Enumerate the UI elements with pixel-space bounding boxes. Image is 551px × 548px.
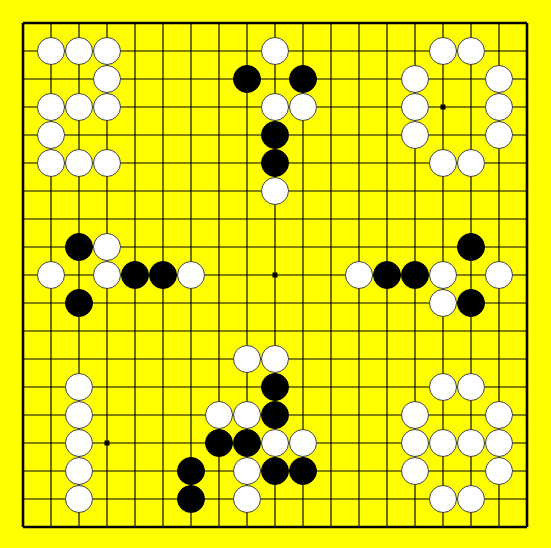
board-point[interactable] — [345, 205, 373, 233]
board-point[interactable] — [429, 149, 457, 177]
board-point[interactable] — [177, 373, 205, 401]
board-point[interactable] — [65, 401, 93, 429]
board-point[interactable] — [121, 93, 149, 121]
board-point[interactable] — [9, 177, 37, 205]
board-point[interactable] — [289, 121, 317, 149]
board-point[interactable] — [485, 93, 513, 121]
board-point[interactable] — [149, 345, 177, 373]
board-point[interactable] — [429, 9, 457, 37]
board-point[interactable] — [233, 9, 261, 37]
board-point[interactable] — [93, 65, 121, 93]
board-point[interactable] — [205, 261, 233, 289]
board-point[interactable] — [345, 345, 373, 373]
board-point[interactable] — [205, 233, 233, 261]
board-point[interactable] — [37, 317, 65, 345]
board-point[interactable] — [233, 401, 261, 429]
board-point[interactable] — [289, 345, 317, 373]
board-point[interactable] — [233, 261, 261, 289]
board-point[interactable] — [9, 457, 37, 485]
board-point[interactable] — [485, 177, 513, 205]
board-point[interactable] — [373, 373, 401, 401]
board-point[interactable] — [429, 429, 457, 457]
board-point[interactable] — [121, 149, 149, 177]
board-point[interactable] — [261, 149, 289, 177]
board-point[interactable] — [93, 317, 121, 345]
board-point[interactable] — [401, 65, 429, 93]
board-point[interactable] — [429, 65, 457, 93]
board-point[interactable] — [65, 37, 93, 65]
board-point[interactable] — [401, 317, 429, 345]
board-point[interactable] — [65, 373, 93, 401]
board-point[interactable] — [345, 373, 373, 401]
board-point[interactable] — [485, 317, 513, 345]
board-point[interactable] — [9, 37, 37, 65]
board-point[interactable] — [37, 345, 65, 373]
board-point[interactable] — [121, 373, 149, 401]
board-point[interactable] — [401, 289, 429, 317]
board-point[interactable] — [9, 93, 37, 121]
board-point[interactable] — [233, 121, 261, 149]
board-point[interactable] — [37, 373, 65, 401]
board-point[interactable] — [9, 233, 37, 261]
board-point[interactable] — [149, 149, 177, 177]
board-point[interactable] — [457, 121, 485, 149]
board-point[interactable] — [485, 289, 513, 317]
board-point[interactable] — [401, 457, 429, 485]
board-point[interactable] — [401, 93, 429, 121]
board-point[interactable] — [429, 317, 457, 345]
board-point[interactable] — [177, 9, 205, 37]
board-point[interactable] — [261, 233, 289, 261]
board-point[interactable] — [513, 177, 541, 205]
board-point[interactable] — [177, 149, 205, 177]
board-point[interactable] — [93, 205, 121, 233]
board-point[interactable] — [37, 65, 65, 93]
board-point[interactable] — [289, 513, 317, 541]
board-point[interactable] — [233, 65, 261, 93]
board-point[interactable] — [289, 429, 317, 457]
board-point[interactable] — [345, 261, 373, 289]
board-point[interactable] — [9, 289, 37, 317]
board-point[interactable] — [513, 289, 541, 317]
board-point[interactable] — [205, 9, 233, 37]
board-point[interactable] — [205, 37, 233, 65]
board-point[interactable] — [149, 93, 177, 121]
board-point[interactable] — [457, 317, 485, 345]
board-point[interactable] — [37, 485, 65, 513]
board-point[interactable] — [65, 345, 93, 373]
board-point[interactable] — [205, 205, 233, 233]
board-point[interactable] — [233, 289, 261, 317]
board-point[interactable] — [289, 205, 317, 233]
board-point[interactable] — [121, 65, 149, 93]
board-point[interactable] — [373, 261, 401, 289]
board-point[interactable] — [429, 177, 457, 205]
board-point[interactable] — [373, 429, 401, 457]
board-point[interactable] — [261, 373, 289, 401]
board-point[interactable] — [261, 205, 289, 233]
board-point[interactable] — [261, 65, 289, 93]
board-point[interactable] — [373, 205, 401, 233]
board-point[interactable] — [149, 317, 177, 345]
board-point[interactable] — [289, 401, 317, 429]
board-point[interactable] — [205, 457, 233, 485]
board-point[interactable] — [317, 317, 345, 345]
board-point[interactable] — [345, 93, 373, 121]
board-point[interactable] — [177, 317, 205, 345]
board-point[interactable] — [289, 149, 317, 177]
board-point[interactable] — [457, 65, 485, 93]
board-point[interactable] — [149, 289, 177, 317]
board-point[interactable] — [457, 37, 485, 65]
board-point[interactable] — [485, 261, 513, 289]
board-point[interactable] — [345, 121, 373, 149]
board-point[interactable] — [37, 261, 65, 289]
board-point[interactable] — [121, 317, 149, 345]
board-point[interactable] — [429, 121, 457, 149]
board-point[interactable] — [65, 485, 93, 513]
board-point[interactable] — [65, 93, 93, 121]
board-point[interactable] — [457, 513, 485, 541]
board-point[interactable] — [261, 289, 289, 317]
board-point[interactable] — [205, 93, 233, 121]
board-point[interactable] — [317, 373, 345, 401]
board-point[interactable] — [177, 177, 205, 205]
board-point[interactable] — [205, 317, 233, 345]
board-point[interactable] — [317, 177, 345, 205]
board-point[interactable] — [485, 65, 513, 93]
board-point[interactable] — [65, 177, 93, 205]
board-point[interactable] — [401, 37, 429, 65]
board-point[interactable] — [345, 513, 373, 541]
board-point[interactable] — [513, 149, 541, 177]
board-point[interactable] — [513, 65, 541, 93]
board-point[interactable] — [429, 345, 457, 373]
board-point[interactable] — [233, 513, 261, 541]
board-point[interactable] — [513, 9, 541, 37]
board-point[interactable] — [401, 121, 429, 149]
board-point[interactable] — [513, 37, 541, 65]
board-point[interactable] — [121, 233, 149, 261]
board-point[interactable] — [205, 121, 233, 149]
board-point[interactable] — [9, 205, 37, 233]
board-point[interactable] — [233, 37, 261, 65]
board-point[interactable] — [317, 149, 345, 177]
board-point[interactable] — [513, 233, 541, 261]
board-point[interactable] — [373, 149, 401, 177]
board-point[interactable] — [513, 261, 541, 289]
board-point[interactable] — [261, 177, 289, 205]
board-point[interactable] — [401, 485, 429, 513]
board-point[interactable] — [233, 205, 261, 233]
board-point[interactable] — [373, 289, 401, 317]
board-point[interactable] — [65, 9, 93, 37]
board-point[interactable] — [121, 9, 149, 37]
board-point[interactable] — [9, 373, 37, 401]
board-point[interactable] — [37, 177, 65, 205]
board-point[interactable] — [93, 289, 121, 317]
board-point[interactable] — [457, 429, 485, 457]
board-point[interactable] — [149, 429, 177, 457]
board-point[interactable] — [121, 121, 149, 149]
board-point[interactable] — [93, 457, 121, 485]
board-point[interactable] — [9, 485, 37, 513]
board-point[interactable] — [289, 317, 317, 345]
board-point[interactable] — [429, 373, 457, 401]
board-point[interactable] — [345, 429, 373, 457]
board-point[interactable] — [65, 205, 93, 233]
board-point[interactable] — [9, 261, 37, 289]
board-point[interactable] — [65, 513, 93, 541]
board-point[interactable] — [93, 93, 121, 121]
board-point[interactable] — [93, 429, 121, 457]
board-point[interactable] — [345, 317, 373, 345]
board-point[interactable] — [65, 289, 93, 317]
board-point[interactable] — [149, 373, 177, 401]
board-point[interactable] — [345, 37, 373, 65]
board-point[interactable] — [93, 485, 121, 513]
board-point[interactable] — [457, 401, 485, 429]
board-point[interactable] — [37, 9, 65, 37]
board-point[interactable] — [429, 37, 457, 65]
board-point[interactable] — [93, 9, 121, 37]
board-point[interactable] — [345, 233, 373, 261]
board-point[interactable] — [485, 121, 513, 149]
board-point[interactable] — [37, 513, 65, 541]
board-point[interactable] — [149, 233, 177, 261]
board-point[interactable] — [261, 345, 289, 373]
board-point[interactable] — [233, 457, 261, 485]
board-point[interactable] — [429, 261, 457, 289]
board-point[interactable] — [149, 513, 177, 541]
board-point[interactable] — [93, 373, 121, 401]
board-point[interactable] — [317, 233, 345, 261]
board-point[interactable] — [65, 233, 93, 261]
board-point[interactable] — [317, 513, 345, 541]
board-point[interactable] — [205, 177, 233, 205]
board-point[interactable] — [289, 485, 317, 513]
board-point[interactable] — [485, 149, 513, 177]
board-point[interactable] — [429, 401, 457, 429]
board-point[interactable] — [401, 373, 429, 401]
board-point[interactable] — [401, 513, 429, 541]
board-point[interactable] — [401, 205, 429, 233]
board-point[interactable] — [149, 457, 177, 485]
board-point[interactable] — [289, 65, 317, 93]
board-point[interactable] — [485, 485, 513, 513]
board-point[interactable] — [289, 261, 317, 289]
board-point[interactable] — [9, 317, 37, 345]
board-point[interactable] — [93, 401, 121, 429]
board-point[interactable] — [289, 289, 317, 317]
board-point[interactable] — [457, 261, 485, 289]
board-point[interactable] — [317, 345, 345, 373]
board-point[interactable] — [149, 205, 177, 233]
board-point[interactable] — [317, 261, 345, 289]
board-point[interactable] — [457, 9, 485, 37]
board-point[interactable] — [177, 401, 205, 429]
board-point[interactable] — [121, 345, 149, 373]
board-point[interactable] — [513, 401, 541, 429]
board-point[interactable] — [317, 485, 345, 513]
board-point[interactable] — [121, 205, 149, 233]
board-point[interactable] — [317, 401, 345, 429]
board-point[interactable] — [485, 345, 513, 373]
board-point[interactable] — [457, 457, 485, 485]
board-point[interactable] — [205, 401, 233, 429]
board-point[interactable] — [177, 205, 205, 233]
board-point[interactable] — [205, 429, 233, 457]
board-point[interactable] — [261, 513, 289, 541]
board-point[interactable] — [177, 513, 205, 541]
board-point[interactable] — [457, 233, 485, 261]
board-point[interactable] — [177, 457, 205, 485]
board-point[interactable] — [485, 9, 513, 37]
board-point[interactable] — [429, 233, 457, 261]
board-point[interactable] — [37, 457, 65, 485]
board-point[interactable] — [373, 177, 401, 205]
board-point[interactable] — [177, 485, 205, 513]
board-point[interactable] — [317, 429, 345, 457]
board-point[interactable] — [177, 37, 205, 65]
board-point[interactable] — [205, 373, 233, 401]
board-point[interactable] — [429, 485, 457, 513]
board-point[interactable] — [37, 401, 65, 429]
board-point[interactable] — [289, 457, 317, 485]
board-point[interactable] — [429, 289, 457, 317]
board-point[interactable] — [401, 429, 429, 457]
board-point[interactable] — [401, 9, 429, 37]
board-point[interactable] — [345, 9, 373, 37]
board-point[interactable] — [9, 65, 37, 93]
board-point[interactable] — [485, 37, 513, 65]
board-point[interactable] — [261, 317, 289, 345]
board-point[interactable] — [261, 9, 289, 37]
board-point[interactable] — [457, 205, 485, 233]
board-point[interactable] — [317, 121, 345, 149]
board-point[interactable] — [289, 373, 317, 401]
board-point[interactable] — [93, 261, 121, 289]
board-point[interactable] — [373, 9, 401, 37]
board-point[interactable] — [485, 513, 513, 541]
board-point[interactable] — [485, 205, 513, 233]
board-point[interactable] — [373, 37, 401, 65]
board-point[interactable] — [261, 93, 289, 121]
board-point[interactable] — [401, 401, 429, 429]
board-point[interactable] — [149, 177, 177, 205]
board-point[interactable] — [345, 401, 373, 429]
board-point[interactable] — [149, 37, 177, 65]
board-point[interactable] — [345, 485, 373, 513]
board-point[interactable] — [205, 485, 233, 513]
board-point[interactable] — [429, 513, 457, 541]
board-point[interactable] — [233, 177, 261, 205]
board-point[interactable] — [401, 233, 429, 261]
board-point[interactable] — [233, 429, 261, 457]
board-point[interactable] — [149, 485, 177, 513]
board-point[interactable] — [9, 9, 37, 37]
board-point[interactable] — [177, 429, 205, 457]
board-point[interactable] — [261, 37, 289, 65]
board-point[interactable] — [65, 261, 93, 289]
board-point[interactable] — [373, 401, 401, 429]
board-point[interactable] — [485, 233, 513, 261]
board-point[interactable] — [93, 149, 121, 177]
board-point[interactable] — [121, 261, 149, 289]
board-point[interactable] — [177, 289, 205, 317]
board-point[interactable] — [65, 65, 93, 93]
board-point[interactable] — [233, 345, 261, 373]
board-point[interactable] — [233, 373, 261, 401]
board-point[interactable] — [457, 485, 485, 513]
board-point[interactable] — [373, 485, 401, 513]
board-point[interactable] — [9, 513, 37, 541]
board-point[interactable] — [37, 289, 65, 317]
board-point[interactable] — [37, 121, 65, 149]
board-point[interactable] — [317, 289, 345, 317]
board-point[interactable] — [513, 457, 541, 485]
board-point[interactable] — [37, 233, 65, 261]
board-point[interactable] — [149, 121, 177, 149]
board-point[interactable] — [373, 317, 401, 345]
board-point[interactable] — [261, 401, 289, 429]
board-point[interactable] — [457, 149, 485, 177]
board-point[interactable] — [261, 429, 289, 457]
board-point[interactable] — [289, 37, 317, 65]
board-point[interactable] — [373, 121, 401, 149]
board-point[interactable] — [149, 261, 177, 289]
board-point[interactable] — [457, 345, 485, 373]
board-point[interactable] — [457, 373, 485, 401]
board-point[interactable] — [93, 345, 121, 373]
board-point[interactable] — [65, 149, 93, 177]
board-point[interactable] — [261, 457, 289, 485]
board-point[interactable] — [121, 37, 149, 65]
board-point[interactable] — [205, 345, 233, 373]
board-point[interactable] — [317, 205, 345, 233]
board-point[interactable] — [261, 261, 289, 289]
board-point[interactable] — [373, 65, 401, 93]
board-point[interactable] — [177, 93, 205, 121]
board-point[interactable] — [177, 65, 205, 93]
board-point[interactable] — [65, 317, 93, 345]
board-point[interactable] — [205, 289, 233, 317]
board-point[interactable] — [93, 513, 121, 541]
board-point[interactable] — [513, 429, 541, 457]
board-point[interactable] — [121, 289, 149, 317]
board-point[interactable] — [121, 457, 149, 485]
board-point[interactable] — [513, 121, 541, 149]
board-point[interactable] — [121, 485, 149, 513]
board-point[interactable] — [9, 401, 37, 429]
board-point[interactable] — [37, 93, 65, 121]
board-point[interactable] — [345, 289, 373, 317]
board-point[interactable] — [513, 373, 541, 401]
board-point[interactable] — [233, 233, 261, 261]
board-point[interactable] — [261, 121, 289, 149]
board-point[interactable] — [65, 121, 93, 149]
board-point[interactable] — [401, 261, 429, 289]
board-point[interactable] — [93, 121, 121, 149]
board-point[interactable] — [429, 457, 457, 485]
board-point[interactable] — [205, 149, 233, 177]
board-point[interactable] — [345, 457, 373, 485]
board-point[interactable] — [485, 429, 513, 457]
board-point[interactable] — [513, 205, 541, 233]
board-point[interactable] — [373, 513, 401, 541]
board-point[interactable] — [177, 121, 205, 149]
board-point[interactable] — [121, 401, 149, 429]
